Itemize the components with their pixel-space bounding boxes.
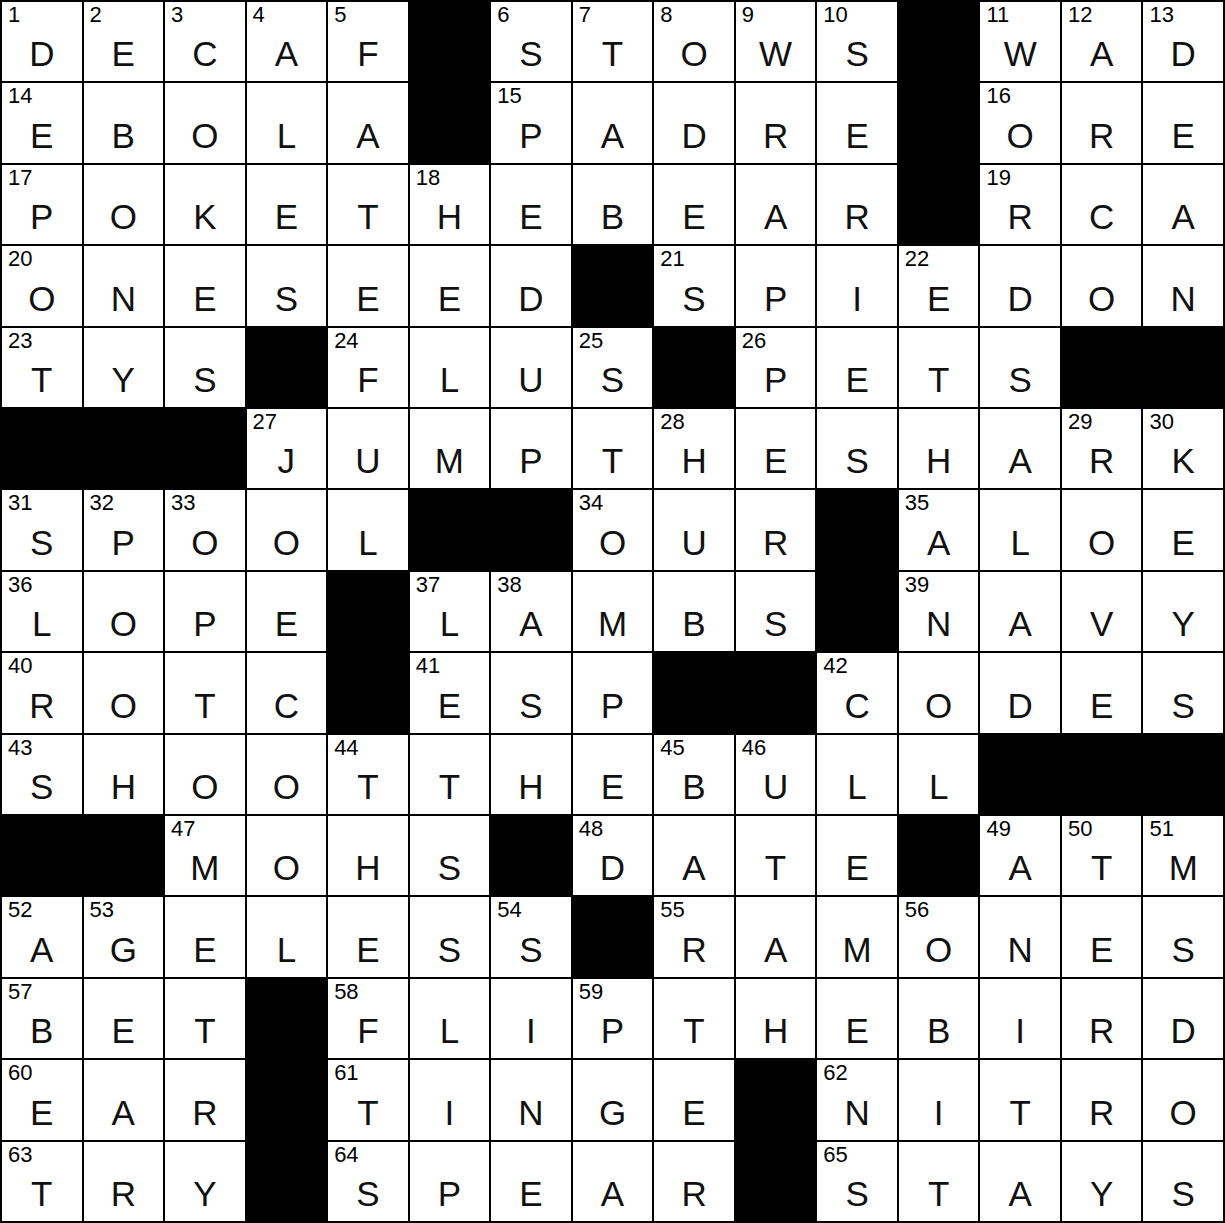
- clue-number: 39: [905, 572, 929, 597]
- cell-r13c11[interactable]: E: [817, 979, 897, 1058]
- cell-r15c5[interactable]: 64S: [328, 1142, 408, 1221]
- cell-r7c4[interactable]: O: [247, 490, 327, 569]
- cell-r3c8[interactable]: B: [573, 165, 653, 244]
- cell-letter: E: [165, 281, 245, 316]
- cell-r13c14[interactable]: R: [1062, 979, 1142, 1058]
- cell-r6c7[interactable]: P: [491, 409, 571, 488]
- cell-r4c10[interactable]: P: [736, 246, 816, 325]
- cell-r8c4[interactable]: E: [247, 572, 327, 651]
- cell-r1c8[interactable]: 7T: [573, 2, 653, 81]
- cell-letter: E: [491, 199, 571, 234]
- cell-r12c6[interactable]: S: [410, 897, 490, 976]
- cell-letter: A: [491, 606, 571, 641]
- cell-r2c7[interactable]: 15P: [491, 83, 571, 162]
- cell-r3c2[interactable]: O: [84, 165, 164, 244]
- cell-r1c14[interactable]: 12A: [1062, 2, 1142, 81]
- clue-number: 29: [1068, 409, 1092, 434]
- cell-r5c6[interactable]: L: [410, 328, 490, 407]
- block-r13c4: [247, 979, 327, 1058]
- cell-r2c2[interactable]: B: [84, 83, 164, 162]
- cell-r14c3[interactable]: R: [165, 1060, 245, 1139]
- cell-r7c3[interactable]: 33O: [165, 490, 245, 569]
- clue-number: 61: [334, 1060, 358, 1085]
- cell-r8c1[interactable]: 36L: [2, 572, 82, 651]
- cell-r10c5[interactable]: 44T: [328, 735, 408, 814]
- cell-r14c9[interactable]: E: [654, 1060, 734, 1139]
- cell-r3c4[interactable]: E: [247, 165, 327, 244]
- cell-r1c3[interactable]: 3C: [165, 2, 245, 81]
- cell-r5c1[interactable]: 23T: [2, 328, 82, 407]
- cell-r12c15[interactable]: S: [1143, 897, 1223, 976]
- cell-r3c9[interactable]: E: [654, 165, 734, 244]
- cell-letter: O: [84, 199, 164, 234]
- clue-number: 28: [660, 409, 684, 434]
- cell-r1c5[interactable]: 5F: [328, 2, 408, 81]
- cell-letter: E: [1062, 932, 1142, 967]
- cell-r12c3[interactable]: E: [165, 897, 245, 976]
- cell-r3c14[interactable]: C: [1062, 165, 1142, 244]
- cell-r4c15[interactable]: N: [1143, 246, 1223, 325]
- cell-r1c15[interactable]: 13D: [1143, 2, 1223, 81]
- cell-r10c8[interactable]: E: [573, 735, 653, 814]
- cell-r7c10[interactable]: R: [736, 490, 816, 569]
- cell-r9c13[interactable]: D: [980, 653, 1060, 732]
- clue-number: 16: [986, 83, 1010, 108]
- cell-r10c11[interactable]: L: [817, 735, 897, 814]
- cell-letter: T: [165, 1013, 245, 1048]
- cell-r14c7[interactable]: N: [491, 1060, 571, 1139]
- cell-r6c15[interactable]: 30K: [1143, 409, 1223, 488]
- clue-number: 37: [416, 572, 440, 597]
- cell-letter: T: [328, 199, 408, 234]
- cell-r15c3[interactable]: Y: [165, 1142, 245, 1221]
- cell-r5c8[interactable]: 25S: [573, 328, 653, 407]
- cell-r6c11[interactable]: S: [817, 409, 897, 488]
- cell-r8c10[interactable]: S: [736, 572, 816, 651]
- cell-r11c14[interactable]: 50T: [1062, 816, 1142, 895]
- cell-r15c11[interactable]: 65S: [817, 1142, 897, 1221]
- cell-letter: S: [328, 1176, 408, 1211]
- cell-r15c14[interactable]: Y: [1062, 1142, 1142, 1221]
- cell-r2c14[interactable]: R: [1062, 83, 1142, 162]
- cell-letter: P: [736, 362, 816, 397]
- cell-r7c5[interactable]: L: [328, 490, 408, 569]
- cell-r3c10[interactable]: A: [736, 165, 816, 244]
- clue-number: 62: [823, 1060, 847, 1085]
- clue-number: 15: [497, 83, 521, 108]
- cell-r9c7[interactable]: S: [491, 653, 571, 732]
- cell-r15c2[interactable]: R: [84, 1142, 164, 1221]
- cell-r9c11[interactable]: 42C: [817, 653, 897, 732]
- clue-number: 51: [1149, 816, 1173, 841]
- cell-r2c1[interactable]: 14E: [2, 83, 82, 162]
- block-r8c5: [328, 572, 408, 651]
- cell-r2c11[interactable]: E: [817, 83, 897, 162]
- clue-number: 45: [660, 735, 684, 760]
- cell-r13c7[interactable]: I: [491, 979, 571, 1058]
- cell-r7c14[interactable]: O: [1062, 490, 1142, 569]
- cell-r1c2[interactable]: 2E: [84, 2, 164, 81]
- cell-r1c13[interactable]: 11W: [980, 2, 1060, 81]
- cell-r10c2[interactable]: H: [84, 735, 164, 814]
- cell-r7c13[interactable]: L: [980, 490, 1060, 569]
- cell-r2c15[interactable]: E: [1143, 83, 1223, 162]
- cell-r11c8[interactable]: 48D: [573, 816, 653, 895]
- cell-letter: E: [654, 199, 734, 234]
- cell-letter: E: [899, 281, 979, 316]
- cell-r13c8[interactable]: 59P: [573, 979, 653, 1058]
- cell-r14c2[interactable]: A: [84, 1060, 164, 1139]
- clue-number: 4: [253, 2, 265, 27]
- clue-number: 58: [334, 979, 358, 1004]
- cell-r6c5[interactable]: U: [328, 409, 408, 488]
- cell-r8c12[interactable]: 39N: [899, 572, 979, 651]
- cell-r9c2[interactable]: O: [84, 653, 164, 732]
- cell-r12c9[interactable]: 55R: [654, 897, 734, 976]
- cell-r14c14[interactable]: R: [1062, 1060, 1142, 1139]
- cell-r1c4[interactable]: 4A: [247, 2, 327, 81]
- cell-r14c6[interactable]: I: [410, 1060, 490, 1139]
- clue-number: 23: [8, 328, 32, 353]
- cell-letter: E: [84, 36, 164, 71]
- cell-letter: A: [899, 525, 979, 560]
- cell-r8c14[interactable]: V: [1062, 572, 1142, 651]
- cell-r3c3[interactable]: K: [165, 165, 245, 244]
- block-r11c2: [84, 816, 164, 895]
- cell-r10c7[interactable]: H: [491, 735, 571, 814]
- block-r1c6: [410, 2, 490, 81]
- cell-letter: O: [247, 525, 327, 560]
- cell-r1c7[interactable]: 6S: [491, 2, 571, 81]
- cell-letter: R: [654, 1176, 734, 1211]
- cell-r3c11[interactable]: R: [817, 165, 897, 244]
- cell-r12c2[interactable]: 53G: [84, 897, 164, 976]
- cell-r4c12[interactable]: 22E: [899, 246, 979, 325]
- cell-letter: W: [980, 36, 1060, 71]
- cell-r15c15[interactable]: S: [1143, 1142, 1223, 1221]
- cell-r2c4[interactable]: L: [247, 83, 327, 162]
- cell-r14c8[interactable]: G: [573, 1060, 653, 1139]
- cell-r9c1[interactable]: 40R: [2, 653, 82, 732]
- cell-letter: N: [1143, 281, 1223, 316]
- cell-letter: T: [2, 1176, 82, 1211]
- cell-letter: O: [899, 932, 979, 967]
- clue-number: 55: [660, 897, 684, 922]
- cell-letter: R: [84, 1176, 164, 1211]
- cell-r9c6[interactable]: 41E: [410, 653, 490, 732]
- clue-number: 44: [334, 735, 358, 760]
- block-r2c12: [899, 83, 979, 162]
- cell-r12c7[interactable]: 54S: [491, 897, 571, 976]
- cell-r6c4[interactable]: 27J: [247, 409, 327, 488]
- cell-r12c14[interactable]: E: [1062, 897, 1142, 976]
- cell-r11c11[interactable]: E: [817, 816, 897, 895]
- cell-r8c15[interactable]: Y: [1143, 572, 1223, 651]
- cell-r3c6[interactable]: 18H: [410, 165, 490, 244]
- cell-letter: S: [573, 362, 653, 397]
- block-r5c14: [1062, 328, 1142, 407]
- cell-r12c13[interactable]: N: [980, 897, 1060, 976]
- clue-number: 63: [8, 1142, 32, 1167]
- clue-number: 54: [497, 897, 521, 922]
- cell-r5c2[interactable]: Y: [84, 328, 164, 407]
- cell-r4c1[interactable]: 20O: [2, 246, 82, 325]
- cell-r12c10[interactable]: A: [736, 897, 816, 976]
- cell-r5c13[interactable]: S: [980, 328, 1060, 407]
- cell-r8c3[interactable]: P: [165, 572, 245, 651]
- cell-letter: E: [247, 606, 327, 641]
- cell-letter: O: [1062, 525, 1142, 560]
- cell-letter: H: [410, 199, 490, 234]
- block-r14c10: [736, 1060, 816, 1139]
- cell-r10c4[interactable]: O: [247, 735, 327, 814]
- cell-letter: S: [491, 688, 571, 723]
- cell-r2c3[interactable]: O: [165, 83, 245, 162]
- cell-r7c2[interactable]: 32P: [84, 490, 164, 569]
- cell-r6c13[interactable]: A: [980, 409, 1060, 488]
- cell-r6c8[interactable]: T: [573, 409, 653, 488]
- cell-letter: L: [899, 769, 979, 804]
- cell-r11c10[interactable]: T: [736, 816, 816, 895]
- clue-number: 18: [416, 165, 440, 190]
- clue-number: 59: [579, 979, 603, 1004]
- cell-r13c6[interactable]: L: [410, 979, 490, 1058]
- cell-letter: D: [573, 850, 653, 885]
- clue-number: 32: [90, 490, 114, 515]
- cell-letter: O: [1143, 1095, 1223, 1130]
- cell-r4c3[interactable]: E: [165, 246, 245, 325]
- cell-r6c6[interactable]: M: [410, 409, 490, 488]
- cell-r9c12[interactable]: O: [899, 653, 979, 732]
- clue-number: 14: [8, 83, 32, 108]
- cell-r11c4[interactable]: O: [247, 816, 327, 895]
- clue-number: 42: [823, 653, 847, 678]
- cell-letter: P: [2, 199, 82, 234]
- cell-letter: T: [165, 688, 245, 723]
- clue-number: 22: [905, 246, 929, 271]
- cell-r4c2[interactable]: N: [84, 246, 164, 325]
- cell-r11c13[interactable]: 49A: [980, 816, 1060, 895]
- cell-letter: I: [899, 1095, 979, 1130]
- cell-r6c9[interactable]: 28H: [654, 409, 734, 488]
- cell-r15c8[interactable]: A: [573, 1142, 653, 1221]
- cell-letter: D: [980, 688, 1060, 723]
- cell-r1c1[interactable]: 1D: [2, 2, 82, 81]
- cell-r4c6[interactable]: E: [410, 246, 490, 325]
- cell-r14c1[interactable]: 60E: [2, 1060, 82, 1139]
- cell-letter: T: [980, 1095, 1060, 1130]
- clue-number: 21: [660, 246, 684, 271]
- cell-r5c11[interactable]: E: [817, 328, 897, 407]
- cell-letter: A: [1143, 199, 1223, 234]
- cell-r13c12[interactable]: B: [899, 979, 979, 1058]
- cell-letter: T: [2, 362, 82, 397]
- block-r9c9: [654, 653, 734, 732]
- cell-letter: W: [736, 36, 816, 71]
- block-r10c13: [980, 735, 1060, 814]
- cell-r5c12[interactable]: T: [899, 328, 979, 407]
- cell-r10c9[interactable]: 45B: [654, 735, 734, 814]
- cell-letter: A: [980, 443, 1060, 478]
- cell-r15c1[interactable]: 63T: [2, 1142, 82, 1221]
- cell-letter: S: [736, 606, 816, 641]
- cell-r6c12[interactable]: H: [899, 409, 979, 488]
- cell-r11c9[interactable]: A: [654, 816, 734, 895]
- cell-r9c8[interactable]: P: [573, 653, 653, 732]
- cell-r5c5[interactable]: 24F: [328, 328, 408, 407]
- cell-r10c3[interactable]: O: [165, 735, 245, 814]
- cell-r9c3[interactable]: T: [165, 653, 245, 732]
- cell-r13c5[interactable]: 58F: [328, 979, 408, 1058]
- cell-r7c12[interactable]: 35A: [899, 490, 979, 569]
- cell-r15c7[interactable]: E: [491, 1142, 571, 1221]
- cell-letter: R: [736, 118, 816, 153]
- cell-r2c10[interactable]: R: [736, 83, 816, 162]
- cell-letter: O: [165, 769, 245, 804]
- clue-number: 12: [1068, 2, 1092, 27]
- cell-r13c15[interactable]: D: [1143, 979, 1223, 1058]
- cell-r7c15[interactable]: E: [1143, 490, 1223, 569]
- cell-r14c12[interactable]: I: [899, 1060, 979, 1139]
- cell-r4c11[interactable]: I: [817, 246, 897, 325]
- cell-letter: A: [328, 118, 408, 153]
- cell-r2c9[interactable]: D: [654, 83, 734, 162]
- cell-r5c3[interactable]: S: [165, 328, 245, 407]
- cell-r4c9[interactable]: 21S: [654, 246, 734, 325]
- cell-letter: P: [573, 1013, 653, 1048]
- cell-r5c7[interactable]: U: [491, 328, 571, 407]
- cell-letter: H: [328, 850, 408, 885]
- cell-r15c12[interactable]: T: [899, 1142, 979, 1221]
- cell-letter: E: [165, 932, 245, 967]
- clue-number: 6: [497, 2, 509, 27]
- cell-r12c4[interactable]: L: [247, 897, 327, 976]
- cell-r13c3[interactable]: T: [165, 979, 245, 1058]
- cell-r3c5[interactable]: T: [328, 165, 408, 244]
- cell-letter: P: [165, 606, 245, 641]
- cell-r15c9[interactable]: R: [654, 1142, 734, 1221]
- cell-r8c7[interactable]: 38A: [491, 572, 571, 651]
- cell-letter: S: [2, 769, 82, 804]
- cell-r5c10[interactable]: 26P: [736, 328, 816, 407]
- cell-r15c13[interactable]: A: [980, 1142, 1060, 1221]
- cell-r4c14[interactable]: O: [1062, 246, 1142, 325]
- cell-letter: K: [1143, 443, 1223, 478]
- cell-letter: T: [899, 362, 979, 397]
- cell-r12c1[interactable]: 52A: [2, 897, 82, 976]
- cell-letter: N: [491, 1095, 571, 1130]
- cell-r13c9[interactable]: T: [654, 979, 734, 1058]
- cell-letter: S: [1143, 688, 1223, 723]
- cell-r3c1[interactable]: 17P: [2, 165, 82, 244]
- cell-r1c10[interactable]: 9W: [736, 2, 816, 81]
- clue-number: 1: [8, 2, 20, 27]
- cell-letter: N: [817, 1095, 897, 1130]
- clue-number: 53: [90, 897, 114, 922]
- cell-r13c1[interactable]: 57B: [2, 979, 82, 1058]
- cell-r6c14[interactable]: 29R: [1062, 409, 1142, 488]
- cell-r2c13[interactable]: 16O: [980, 83, 1060, 162]
- cell-r1c9[interactable]: 8O: [654, 2, 734, 81]
- cell-letter: B: [654, 769, 734, 804]
- cell-letter: H: [84, 769, 164, 804]
- cell-letter: B: [84, 118, 164, 153]
- cell-r8c8[interactable]: M: [573, 572, 653, 651]
- cell-r11c5[interactable]: H: [328, 816, 408, 895]
- cell-r13c2[interactable]: E: [84, 979, 164, 1058]
- cell-r11c6[interactable]: S: [410, 816, 490, 895]
- cell-r8c13[interactable]: A: [980, 572, 1060, 651]
- block-r7c6: [410, 490, 490, 569]
- cell-letter: N: [84, 281, 164, 316]
- cell-r12c12[interactable]: 56O: [899, 897, 979, 976]
- cell-r15c6[interactable]: P: [410, 1142, 490, 1221]
- cell-r3c13[interactable]: 19R: [980, 165, 1060, 244]
- cell-r4c5[interactable]: E: [328, 246, 408, 325]
- cell-r3c15[interactable]: A: [1143, 165, 1223, 244]
- cell-r14c13[interactable]: T: [980, 1060, 1060, 1139]
- block-r9c5: [328, 653, 408, 732]
- cell-r10c12[interactable]: L: [899, 735, 979, 814]
- cell-r13c13[interactable]: I: [980, 979, 1060, 1058]
- cell-r10c1[interactable]: 43S: [2, 735, 82, 814]
- cell-r14c11[interactable]: 62N: [817, 1060, 897, 1139]
- cell-letter: E: [410, 281, 490, 316]
- cell-r11c3[interactable]: 47M: [165, 816, 245, 895]
- clue-number: 57: [8, 979, 32, 1004]
- cell-r14c15[interactable]: O: [1143, 1060, 1223, 1139]
- cell-r12c11[interactable]: M: [817, 897, 897, 976]
- cell-r9c4[interactable]: C: [247, 653, 327, 732]
- cell-letter: R: [654, 932, 734, 967]
- cell-letter: N: [899, 606, 979, 641]
- cell-letter: O: [165, 118, 245, 153]
- cell-r13c10[interactable]: H: [736, 979, 816, 1058]
- cell-r8c2[interactable]: O: [84, 572, 164, 651]
- clue-number: 17: [8, 165, 32, 190]
- cell-r9c15[interactable]: S: [1143, 653, 1223, 732]
- clue-number: 3: [171, 2, 183, 27]
- cell-letter: I: [817, 281, 897, 316]
- cell-r2c8[interactable]: A: [573, 83, 653, 162]
- cell-r8c6[interactable]: 37L: [410, 572, 490, 651]
- clue-number: 49: [986, 816, 1010, 841]
- cell-r2c5[interactable]: A: [328, 83, 408, 162]
- cell-letter: R: [1062, 443, 1142, 478]
- cell-r4c4[interactable]: S: [247, 246, 327, 325]
- cell-letter: T: [573, 443, 653, 478]
- clue-number: 26: [742, 328, 766, 353]
- clue-number: 27: [253, 409, 277, 434]
- cell-r10c6[interactable]: T: [410, 735, 490, 814]
- cell-r3c7[interactable]: E: [491, 165, 571, 244]
- cell-letter: I: [491, 1013, 571, 1048]
- cell-r14c5[interactable]: 61T: [328, 1060, 408, 1139]
- cell-r7c8[interactable]: 34O: [573, 490, 653, 569]
- cell-r6c10[interactable]: E: [736, 409, 816, 488]
- cell-r12c5[interactable]: E: [328, 897, 408, 976]
- cell-r7c9[interactable]: U: [654, 490, 734, 569]
- cell-r10c10[interactable]: 46U: [736, 735, 816, 814]
- cell-r9c14[interactable]: E: [1062, 653, 1142, 732]
- cell-r4c13[interactable]: D: [980, 246, 1060, 325]
- cell-r4c7[interactable]: D: [491, 246, 571, 325]
- cell-letter: L: [247, 932, 327, 967]
- cell-r8c9[interactable]: B: [654, 572, 734, 651]
- cell-r11c15[interactable]: 51M: [1143, 816, 1223, 895]
- cell-r7c1[interactable]: 31S: [2, 490, 82, 569]
- cell-r1c11[interactable]: 10S: [817, 2, 897, 81]
